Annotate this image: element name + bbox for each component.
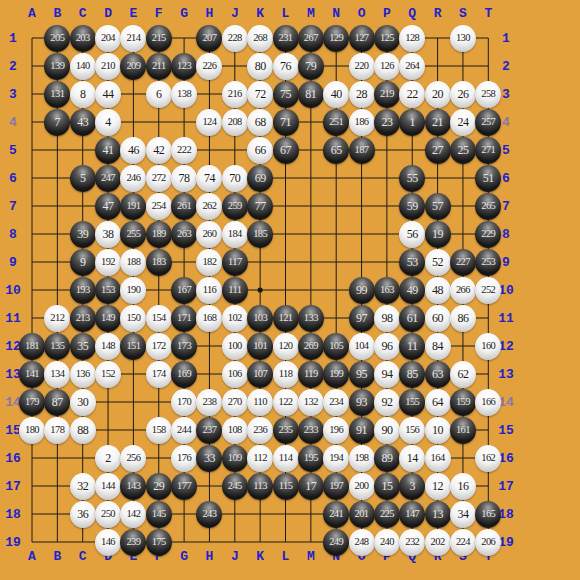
stone-C2[interactable]: 140 <box>70 53 96 80</box>
stone-H10[interactable]: 116 <box>196 277 222 304</box>
stone-F12[interactable]: 172 <box>146 333 172 360</box>
stone-S13[interactable]: 62 <box>450 361 476 388</box>
stone-M1[interactable]: 267 <box>298 25 324 52</box>
stone-M13[interactable]: 119 <box>298 361 324 388</box>
stone-J1[interactable]: 228 <box>222 25 248 52</box>
stone-E7[interactable]: 191 <box>120 193 146 220</box>
stone-H18[interactable]: 243 <box>196 501 222 528</box>
stone-N12[interactable]: 105 <box>323 333 349 360</box>
stone-P12[interactable]: 96 <box>374 333 400 360</box>
stone-N15[interactable]: 196 <box>323 417 349 444</box>
stone-Q1[interactable]: 128 <box>399 25 425 52</box>
stone-K11[interactable]: 103 <box>247 305 273 332</box>
move-number: 256 <box>126 453 140 464</box>
move-number: 155 <box>405 397 419 408</box>
stone-Q17[interactable]: 3 <box>399 473 425 500</box>
stone-P4[interactable]: 23 <box>374 109 400 136</box>
move-number: 266 <box>456 285 470 296</box>
stone-T19[interactable]: 206 <box>475 529 501 556</box>
stone-Q9[interactable]: 53 <box>399 249 425 276</box>
stone-F15[interactable]: 158 <box>146 417 172 444</box>
stone-K6[interactable]: 69 <box>247 165 273 192</box>
stone-C13[interactable]: 136 <box>70 361 96 388</box>
move-number: 177 <box>177 481 191 492</box>
stone-D13[interactable]: 152 <box>95 361 121 388</box>
stone-O13[interactable]: 95 <box>349 361 375 388</box>
stone-D16[interactable]: 2 <box>95 445 121 472</box>
stone-O1[interactable]: 127 <box>349 25 375 52</box>
stone-L17[interactable]: 115 <box>273 473 299 500</box>
stone-O2[interactable]: 220 <box>349 53 375 80</box>
stone-H16[interactable]: 33 <box>196 445 222 472</box>
stone-T8[interactable]: 229 <box>475 221 501 248</box>
stone-B2[interactable]: 139 <box>44 53 70 80</box>
stone-P3[interactable]: 219 <box>374 81 400 108</box>
stone-Q18[interactable]: 147 <box>399 501 425 528</box>
move-number: 95 <box>356 368 367 380</box>
stone-L5[interactable]: 67 <box>273 137 299 164</box>
stone-R5[interactable]: 27 <box>425 137 451 164</box>
stone-F13[interactable]: 174 <box>146 361 172 388</box>
stone-D6[interactable]: 247 <box>95 165 121 192</box>
stone-J17[interactable]: 245 <box>222 473 248 500</box>
move-number: 66 <box>255 144 266 156</box>
stone-P10[interactable]: 163 <box>374 277 400 304</box>
stone-G17[interactable]: 177 <box>171 473 197 500</box>
stone-J8[interactable]: 184 <box>222 221 248 248</box>
stone-D3[interactable]: 44 <box>95 81 121 108</box>
move-number: 2 <box>105 452 111 464</box>
go-board[interactable]: AABBCCDDEEFFGGHHJJKKLLMMNNOOPPQQRRSSTT11… <box>0 0 580 580</box>
move-number: 193 <box>76 285 90 296</box>
stone-G6[interactable]: 78 <box>171 165 197 192</box>
stone-Q11[interactable]: 61 <box>399 305 425 332</box>
stone-K8[interactable]: 185 <box>247 221 273 248</box>
stone-Q19[interactable]: 232 <box>399 529 425 556</box>
stone-R13[interactable]: 63 <box>425 361 451 388</box>
stone-Q15[interactable]: 156 <box>399 417 425 444</box>
stone-O14[interactable]: 93 <box>349 389 375 416</box>
stone-N17[interactable]: 197 <box>323 473 349 500</box>
stone-E10[interactable]: 190 <box>120 277 146 304</box>
stone-P18[interactable]: 225 <box>374 501 400 528</box>
stone-C14[interactable]: 30 <box>70 389 96 416</box>
stone-N18[interactable]: 241 <box>323 501 349 528</box>
stone-P14[interactable]: 92 <box>374 389 400 416</box>
stone-F1[interactable]: 215 <box>146 25 172 52</box>
stone-Q8[interactable]: 56 <box>399 221 425 248</box>
stone-S19[interactable]: 224 <box>450 529 476 556</box>
stone-J4[interactable]: 208 <box>222 109 248 136</box>
stone-P19[interactable]: 240 <box>374 529 400 556</box>
stone-B15[interactable]: 178 <box>44 417 70 444</box>
stone-P15[interactable]: 90 <box>374 417 400 444</box>
stone-R18[interactable]: 13 <box>425 501 451 528</box>
move-number: 40 <box>331 88 342 100</box>
stone-H2[interactable]: 226 <box>196 53 222 80</box>
stone-O18[interactable]: 201 <box>349 501 375 528</box>
stone-L14[interactable]: 122 <box>273 389 299 416</box>
stone-B1[interactable]: 205 <box>44 25 70 52</box>
stone-S3[interactable]: 26 <box>450 81 476 108</box>
stone-D2[interactable]: 210 <box>95 53 121 80</box>
move-number: 141 <box>25 369 39 380</box>
stone-K3[interactable]: 72 <box>247 81 273 108</box>
stone-K13[interactable]: 107 <box>247 361 273 388</box>
stone-F8[interactable]: 189 <box>146 221 172 248</box>
stone-J11[interactable]: 102 <box>222 305 248 332</box>
stone-N5[interactable]: 65 <box>323 137 349 164</box>
move-number: 12 <box>432 480 443 492</box>
stone-M3[interactable]: 81 <box>298 81 324 108</box>
col-label-top-M: M <box>307 6 315 21</box>
stone-Q12[interactable]: 11 <box>399 333 425 360</box>
stone-R17[interactable]: 12 <box>425 473 451 500</box>
stone-O11[interactable]: 97 <box>349 305 375 332</box>
stone-Q7[interactable]: 59 <box>399 193 425 220</box>
stone-D7[interactable]: 47 <box>95 193 121 220</box>
move-number: 244 <box>177 425 191 436</box>
stone-C6[interactable]: 5 <box>70 165 96 192</box>
move-number: 144 <box>101 481 115 492</box>
stone-A13[interactable]: 141 <box>19 361 45 388</box>
row-label-right-4: 4 <box>502 115 510 130</box>
stone-Q13[interactable]: 85 <box>399 361 425 388</box>
stone-L12[interactable]: 120 <box>273 333 299 360</box>
stone-S10[interactable]: 266 <box>450 277 476 304</box>
stone-G16[interactable]: 176 <box>171 445 197 472</box>
move-number: 191 <box>126 201 140 212</box>
stone-P11[interactable]: 98 <box>374 305 400 332</box>
move-number: 170 <box>177 397 191 408</box>
stone-J15[interactable]: 108 <box>222 417 248 444</box>
stone-N16[interactable]: 194 <box>323 445 349 472</box>
stone-J10[interactable]: 111 <box>222 277 248 304</box>
stone-M15[interactable]: 233 <box>298 417 324 444</box>
stone-D5[interactable]: 41 <box>95 137 121 164</box>
stone-G13[interactable]: 169 <box>171 361 197 388</box>
move-number: 7 <box>55 116 61 128</box>
stone-D1[interactable]: 204 <box>95 25 121 52</box>
stone-E18[interactable]: 142 <box>120 501 146 528</box>
stone-C10[interactable]: 193 <box>70 277 96 304</box>
col-label-bottom-L: L <box>282 549 290 564</box>
stone-H6[interactable]: 74 <box>196 165 222 192</box>
move-number: 142 <box>126 509 140 520</box>
stone-F9[interactable]: 183 <box>146 249 172 276</box>
stone-O12[interactable]: 104 <box>349 333 375 360</box>
stone-Q4[interactable]: 1 <box>399 109 425 136</box>
stone-T4[interactable]: 257 <box>475 109 501 136</box>
stone-E11[interactable]: 150 <box>120 305 146 332</box>
stone-E8[interactable]: 255 <box>120 221 146 248</box>
stone-F6[interactable]: 272 <box>146 165 172 192</box>
stone-O3[interactable]: 28 <box>349 81 375 108</box>
stone-G8[interactable]: 263 <box>171 221 197 248</box>
stone-N19[interactable]: 249 <box>323 529 349 556</box>
stone-E5[interactable]: 46 <box>120 137 146 164</box>
stone-K2[interactable]: 80 <box>247 53 273 80</box>
stone-J13[interactable]: 106 <box>222 361 248 388</box>
stone-T7[interactable]: 265 <box>475 193 501 220</box>
stone-M16[interactable]: 195 <box>298 445 324 472</box>
stone-B11[interactable]: 212 <box>44 305 70 332</box>
stone-D10[interactable]: 153 <box>95 277 121 304</box>
stone-K7[interactable]: 77 <box>247 193 273 220</box>
stone-A14[interactable]: 179 <box>19 389 45 416</box>
stone-E6[interactable]: 246 <box>120 165 146 192</box>
stone-L11[interactable]: 121 <box>273 305 299 332</box>
stone-B13[interactable]: 134 <box>44 361 70 388</box>
stone-R4[interactable]: 21 <box>425 109 451 136</box>
stone-H15[interactable]: 237 <box>196 417 222 444</box>
stone-G7[interactable]: 261 <box>171 193 197 220</box>
move-number: 212 <box>50 313 64 324</box>
move-number: 180 <box>25 425 39 436</box>
stone-H4[interactable]: 124 <box>196 109 222 136</box>
stone-P1[interactable]: 125 <box>374 25 400 52</box>
stone-R15[interactable]: 10 <box>425 417 451 444</box>
move-number: 213 <box>76 313 90 324</box>
move-number: 227 <box>456 257 470 268</box>
stone-P13[interactable]: 94 <box>374 361 400 388</box>
stone-E1[interactable]: 214 <box>120 25 146 52</box>
stone-D9[interactable]: 192 <box>95 249 121 276</box>
stone-L3[interactable]: 75 <box>273 81 299 108</box>
stone-R3[interactable]: 20 <box>425 81 451 108</box>
stone-R16[interactable]: 164 <box>425 445 451 472</box>
move-number: 125 <box>380 33 394 44</box>
stone-H8[interactable]: 260 <box>196 221 222 248</box>
stone-Q2[interactable]: 264 <box>399 53 425 80</box>
move-number: 86 <box>457 312 468 324</box>
stone-H9[interactable]: 182 <box>196 249 222 276</box>
stone-J16[interactable]: 109 <box>222 445 248 472</box>
stone-C1[interactable]: 203 <box>70 25 96 52</box>
stone-F18[interactable]: 145 <box>146 501 172 528</box>
move-number: 46 <box>128 144 139 156</box>
stone-T12[interactable]: 160 <box>475 333 501 360</box>
stone-B12[interactable]: 135 <box>44 333 70 360</box>
stone-K14[interactable]: 110 <box>247 389 273 416</box>
move-number: 147 <box>405 509 419 520</box>
stone-C12[interactable]: 35 <box>70 333 96 360</box>
col-label-top-L: L <box>282 6 290 21</box>
stone-O19[interactable]: 248 <box>349 529 375 556</box>
stone-R7[interactable]: 57 <box>425 193 451 220</box>
move-number: 118 <box>279 369 293 380</box>
stone-C9[interactable]: 9 <box>70 249 96 276</box>
stone-C11[interactable]: 213 <box>70 305 96 332</box>
stone-K4[interactable]: 68 <box>247 109 273 136</box>
stone-D17[interactable]: 144 <box>95 473 121 500</box>
stone-J9[interactable]: 117 <box>222 249 248 276</box>
stone-D12[interactable]: 148 <box>95 333 121 360</box>
stone-J6[interactable]: 70 <box>222 165 248 192</box>
stone-F3[interactable]: 6 <box>146 81 172 108</box>
stone-S1[interactable]: 130 <box>450 25 476 52</box>
stone-L16[interactable]: 114 <box>273 445 299 472</box>
stone-S9[interactable]: 227 <box>450 249 476 276</box>
stone-B4[interactable]: 7 <box>44 109 70 136</box>
stone-G14[interactable]: 170 <box>171 389 197 416</box>
stone-P2[interactable]: 126 <box>374 53 400 80</box>
move-number: 99 <box>356 284 367 296</box>
stone-K17[interactable]: 113 <box>247 473 273 500</box>
stone-N14[interactable]: 234 <box>323 389 349 416</box>
stone-S18[interactable]: 34 <box>450 501 476 528</box>
stone-M2[interactable]: 79 <box>298 53 324 80</box>
stone-J12[interactable]: 100 <box>222 333 248 360</box>
move-number: 79 <box>305 60 316 72</box>
stone-L15[interactable]: 235 <box>273 417 299 444</box>
stone-G5[interactable]: 222 <box>171 137 197 164</box>
stone-K15[interactable]: 236 <box>247 417 273 444</box>
stone-F17[interactable]: 29 <box>146 473 172 500</box>
stone-G2[interactable]: 123 <box>171 53 197 80</box>
stone-F2[interactable]: 211 <box>146 53 172 80</box>
stone-E16[interactable]: 256 <box>120 445 146 472</box>
stone-G10[interactable]: 167 <box>171 277 197 304</box>
move-number: 208 <box>228 117 242 128</box>
stone-Q6[interactable]: 55 <box>399 165 425 192</box>
stone-E9[interactable]: 188 <box>120 249 146 276</box>
stone-D19[interactable]: 146 <box>95 529 121 556</box>
stone-N1[interactable]: 129 <box>323 25 349 52</box>
stone-Q16[interactable]: 14 <box>399 445 425 472</box>
stone-M12[interactable]: 269 <box>298 333 324 360</box>
stone-G12[interactable]: 173 <box>171 333 197 360</box>
stone-O17[interactable]: 200 <box>349 473 375 500</box>
stone-L4[interactable]: 71 <box>273 109 299 136</box>
stone-E12[interactable]: 151 <box>120 333 146 360</box>
stone-R14[interactable]: 64 <box>425 389 451 416</box>
stone-O5[interactable]: 187 <box>349 137 375 164</box>
stone-Q3[interactable]: 22 <box>399 81 425 108</box>
stone-E17[interactable]: 143 <box>120 473 146 500</box>
stone-S4[interactable]: 24 <box>450 109 476 136</box>
stone-G15[interactable]: 244 <box>171 417 197 444</box>
stone-T18[interactable]: 165 <box>475 501 501 528</box>
stone-F7[interactable]: 254 <box>146 193 172 220</box>
stone-E2[interactable]: 209 <box>120 53 146 80</box>
stone-R9[interactable]: 52 <box>425 249 451 276</box>
stone-S11[interactable]: 86 <box>450 305 476 332</box>
stone-H7[interactable]: 262 <box>196 193 222 220</box>
col-label-bottom-M: M <box>307 549 315 564</box>
stone-K16[interactable]: 112 <box>247 445 273 472</box>
stone-G11[interactable]: 171 <box>171 305 197 332</box>
stone-K1[interactable]: 268 <box>247 25 273 52</box>
stone-A15[interactable]: 180 <box>19 417 45 444</box>
stone-J14[interactable]: 270 <box>222 389 248 416</box>
stone-B14[interactable]: 87 <box>44 389 70 416</box>
stone-R19[interactable]: 202 <box>425 529 451 556</box>
stone-Q10[interactable]: 49 <box>399 277 425 304</box>
stone-D4[interactable]: 4 <box>95 109 121 136</box>
stone-F19[interactable]: 175 <box>146 529 172 556</box>
stone-G3[interactable]: 138 <box>171 81 197 108</box>
stone-J3[interactable]: 216 <box>222 81 248 108</box>
stone-R11[interactable]: 60 <box>425 305 451 332</box>
stone-L2[interactable]: 76 <box>273 53 299 80</box>
stone-D11[interactable]: 149 <box>95 305 121 332</box>
stone-T16[interactable]: 162 <box>475 445 501 472</box>
stone-O10[interactable]: 99 <box>349 277 375 304</box>
stone-C15[interactable]: 88 <box>70 417 96 444</box>
stone-L1[interactable]: 231 <box>273 25 299 52</box>
move-number: 111 <box>228 285 241 296</box>
stone-T14[interactable]: 166 <box>475 389 501 416</box>
stone-T3[interactable]: 258 <box>475 81 501 108</box>
stone-O16[interactable]: 198 <box>349 445 375 472</box>
row-label-left-16: 16 <box>5 451 21 466</box>
stone-F11[interactable]: 154 <box>146 305 172 332</box>
stone-N13[interactable]: 199 <box>323 361 349 388</box>
stone-R12[interactable]: 84 <box>425 333 451 360</box>
stone-D18[interactable]: 250 <box>95 501 121 528</box>
stone-H11[interactable]: 168 <box>196 305 222 332</box>
stone-L13[interactable]: 118 <box>273 361 299 388</box>
stone-K12[interactable]: 101 <box>247 333 273 360</box>
stone-S17[interactable]: 16 <box>450 473 476 500</box>
stone-R8[interactable]: 19 <box>425 221 451 248</box>
stone-H14[interactable]: 238 <box>196 389 222 416</box>
stone-R10[interactable]: 48 <box>425 277 451 304</box>
move-number: 262 <box>202 201 216 212</box>
stone-O4[interactable]: 186 <box>349 109 375 136</box>
stone-C4[interactable]: 43 <box>70 109 96 136</box>
stone-N3[interactable]: 40 <box>323 81 349 108</box>
stone-S5[interactable]: 25 <box>450 137 476 164</box>
stone-C8[interactable]: 39 <box>70 221 96 248</box>
stone-D8[interactable]: 38 <box>95 221 121 248</box>
stone-S15[interactable]: 161 <box>450 417 476 444</box>
stone-K5[interactable]: 66 <box>247 137 273 164</box>
stone-A12[interactable]: 181 <box>19 333 45 360</box>
stone-N4[interactable]: 251 <box>323 109 349 136</box>
move-number: 48 <box>432 284 443 296</box>
move-number: 237 <box>202 425 216 436</box>
stone-C3[interactable]: 8 <box>70 81 96 108</box>
stone-C18[interactable]: 36 <box>70 501 96 528</box>
stone-M11[interactable]: 133 <box>298 305 324 332</box>
stone-M17[interactable]: 17 <box>298 473 324 500</box>
stone-T6[interactable]: 51 <box>475 165 501 192</box>
stone-C17[interactable]: 32 <box>70 473 96 500</box>
move-number: 11 <box>407 340 418 352</box>
stone-T10[interactable]: 252 <box>475 277 501 304</box>
col-label-top-D: D <box>104 6 112 21</box>
stone-H1[interactable]: 207 <box>196 25 222 52</box>
stone-S14[interactable]: 159 <box>450 389 476 416</box>
stone-P17[interactable]: 15 <box>374 473 400 500</box>
move-number: 101 <box>253 341 267 352</box>
move-number: 255 <box>126 229 140 240</box>
stone-J7[interactable]: 259 <box>222 193 248 220</box>
move-number: 134 <box>50 369 64 380</box>
stone-Q14[interactable]: 155 <box>399 389 425 416</box>
stone-O15[interactable]: 91 <box>349 417 375 444</box>
stone-T5[interactable]: 271 <box>475 137 501 164</box>
stone-M14[interactable]: 132 <box>298 389 324 416</box>
stone-B3[interactable]: 131 <box>44 81 70 108</box>
stone-F5[interactable]: 42 <box>146 137 172 164</box>
stone-P16[interactable]: 89 <box>374 445 400 472</box>
stone-T9[interactable]: 253 <box>475 249 501 276</box>
move-number: 16 <box>457 480 468 492</box>
stone-E19[interactable]: 239 <box>120 529 146 556</box>
